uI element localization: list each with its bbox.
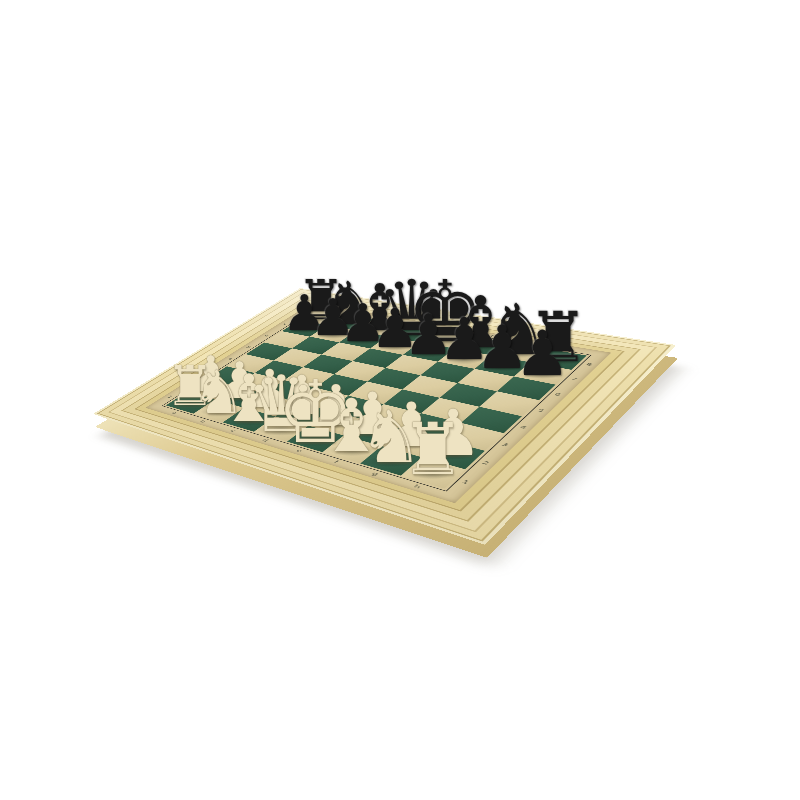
piece-black-pawn-h7[interactable]: ♟ — [515, 323, 571, 385]
piece-white-rook-h1[interactable]: ♜ — [401, 414, 465, 486]
chess-set-photo: aa11bb22cc33dd44ee55ff66gg77hh88 ♜♞♝♟♛♟♚… — [0, 0, 800, 800]
